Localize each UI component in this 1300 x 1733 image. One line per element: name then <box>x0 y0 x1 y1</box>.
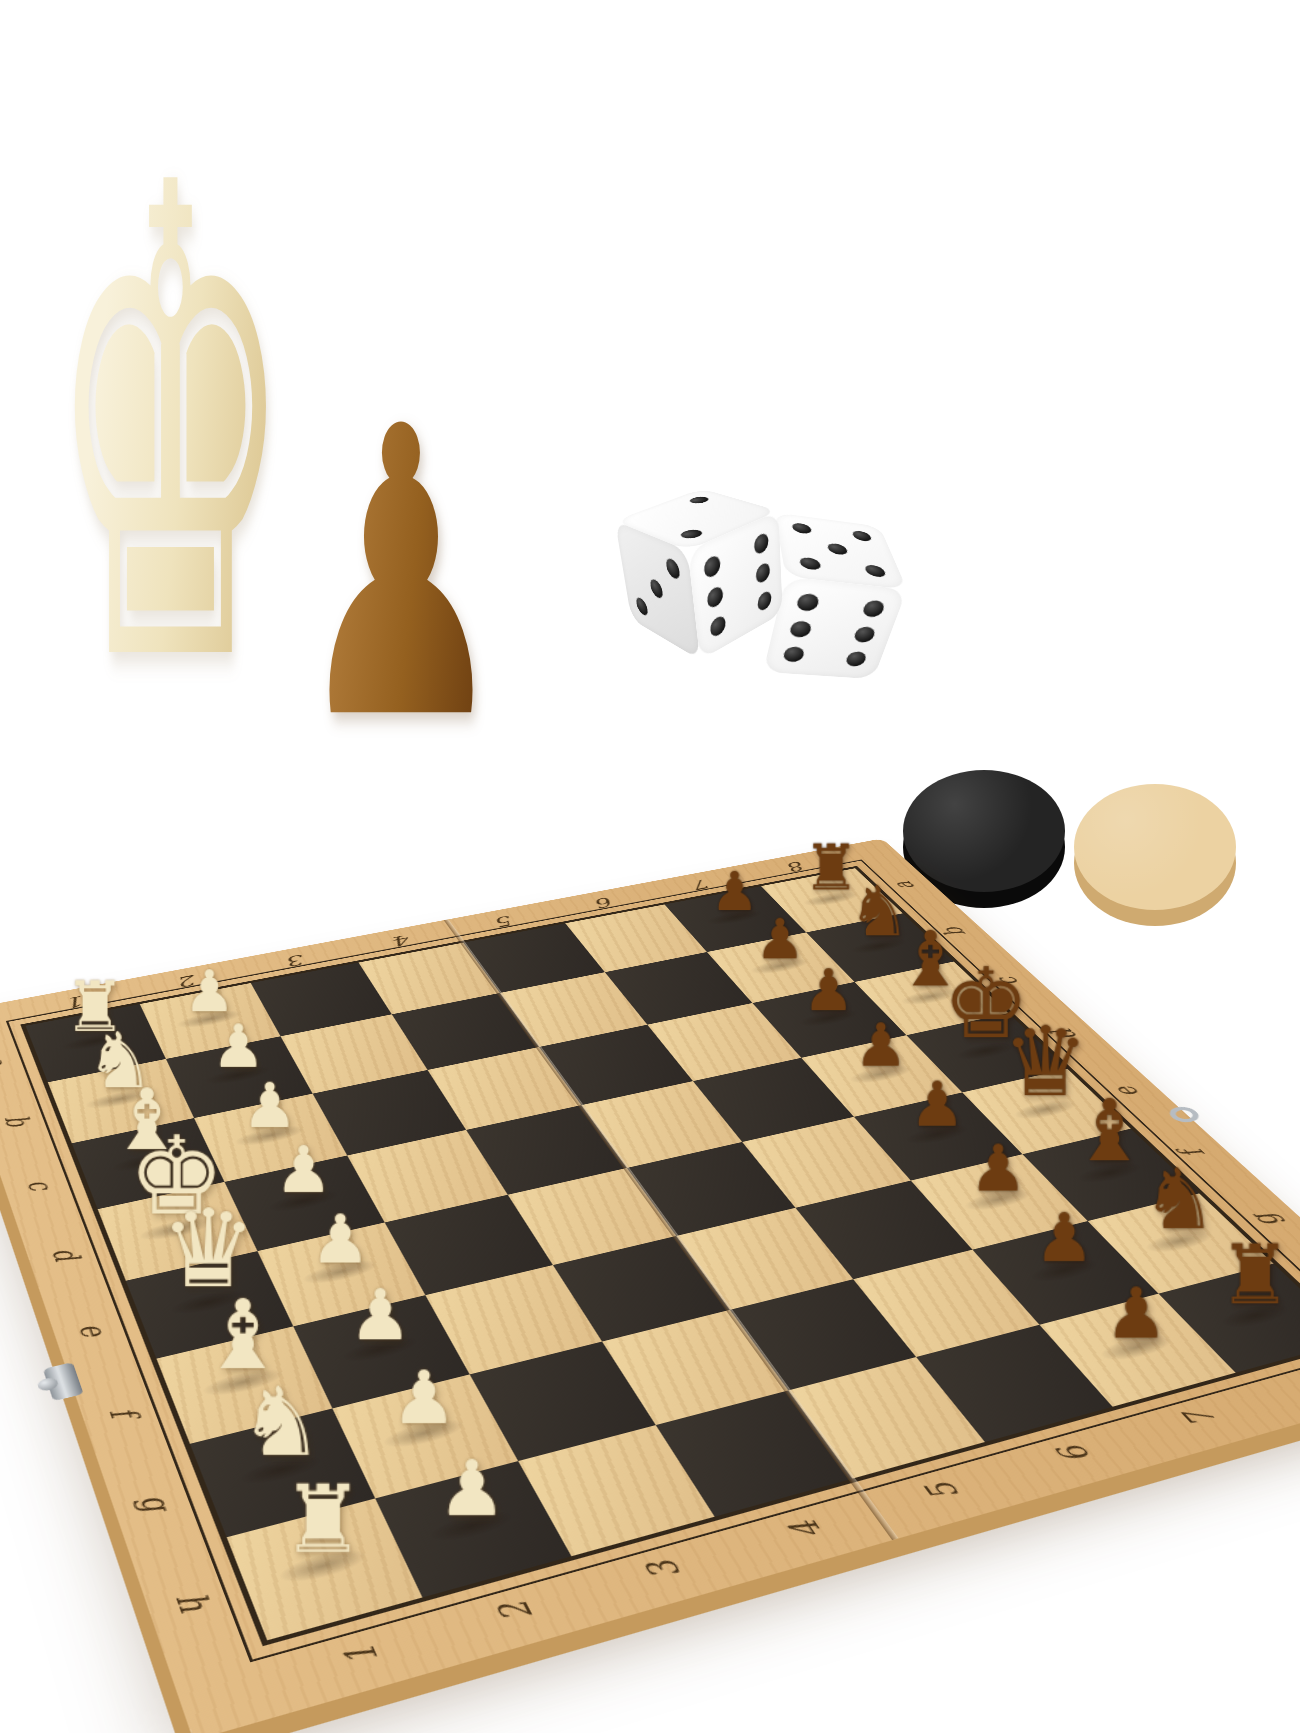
square-g5[interactable] <box>730 1279 916 1390</box>
rank-label-bottom-3: 3 <box>631 1546 697 1594</box>
rank-label-bottom-6: 6 <box>1042 1433 1108 1475</box>
die-pip <box>706 584 723 610</box>
rank-label-bottom-5: 5 <box>910 1469 976 1513</box>
file-label-left-a: a <box>0 1048 18 1075</box>
square-e4[interactable] <box>508 1168 676 1265</box>
die-pip <box>795 592 820 611</box>
piece-white-pawn-f2[interactable]: ♟ <box>349 1280 412 1350</box>
rank-label-bottom-2: 2 <box>483 1587 548 1637</box>
piece-black-rook-h8[interactable]: ♜ <box>1218 1234 1292 1316</box>
square-h5[interactable] <box>788 1357 985 1479</box>
rank-label-bottom-8: 8 <box>1291 1364 1300 1403</box>
product-photo: { "game": "chess", "scene_description": … <box>0 0 1300 1733</box>
die-face-top-5 <box>774 512 907 589</box>
square-h6[interactable] <box>916 1325 1112 1442</box>
rank-label-bottom-4: 4 <box>773 1507 839 1553</box>
hinge-ring-icon <box>1164 1105 1204 1125</box>
piece-white-pawn-g2[interactable]: ♟ <box>391 1361 457 1434</box>
die-pip <box>826 543 848 556</box>
die-pip <box>635 595 649 617</box>
square-f6[interactable] <box>795 1181 972 1280</box>
square-g4[interactable] <box>602 1310 788 1425</box>
large-white-king-piece[interactable]: ♚ <box>48 128 293 726</box>
piece-white-pawn-d2[interactable]: ♟ <box>275 1137 333 1202</box>
file-label-left-b: b <box>0 1106 40 1135</box>
die-left-scene <box>639 506 762 629</box>
die-pip <box>756 561 771 586</box>
rank-label-bottom-7: 7 <box>1168 1398 1234 1439</box>
die-pip <box>649 577 663 601</box>
piece-white-rook-h1[interactable]: ♜ <box>281 1473 365 1567</box>
file-label-left-d: d <box>41 1237 91 1271</box>
die-pip <box>862 599 887 617</box>
die-left[interactable] <box>639 506 762 629</box>
piece-white-pawn-e2[interactable]: ♟ <box>310 1206 370 1273</box>
board-scene: ♜♟♟♜♞♟♟♞♝♟♟♝♚♟♟♚♛♟♟♛♝♟♟♝♞♟♟♞♜♟♟♜aabbccdd… <box>150 700 1102 1648</box>
file-label-left-e: e <box>67 1311 119 1348</box>
die-pip <box>782 646 806 662</box>
die-pip <box>754 531 769 556</box>
chess-board: ♜♟♟♜♞♟♟♞♝♟♟♝♚♟♟♚♛♟♟♛♝♟♟♝♞♟♟♞♜♟♟♜aabbccdd… <box>0 838 1300 1733</box>
die-pip <box>853 626 877 643</box>
board-clasp[interactable] <box>43 1362 84 1401</box>
square-g6[interactable] <box>853 1250 1039 1357</box>
file-label-left-g: g <box>127 1481 185 1526</box>
die-pip <box>758 589 772 613</box>
die-pip <box>677 528 707 540</box>
square-f4[interactable] <box>553 1236 730 1342</box>
piece-white-pawn-h2[interactable]: ♟ <box>437 1450 506 1527</box>
piece-black-pawn-f7[interactable]: ♟ <box>969 1136 1027 1200</box>
die-pip <box>851 530 873 542</box>
square-h4[interactable] <box>656 1390 853 1516</box>
die-pip <box>703 553 721 580</box>
die-pip <box>845 651 869 667</box>
piece-black-pawn-h7[interactable]: ♟ <box>1105 1278 1168 1348</box>
piece-black-pawn-g7[interactable]: ♟ <box>1034 1204 1094 1271</box>
die-pip <box>788 620 812 638</box>
die-pip <box>791 522 812 534</box>
piece-black-knight-g8[interactable]: ♞ <box>1142 1158 1217 1242</box>
file-label-left-f: f <box>96 1392 151 1433</box>
die-face-front-6 <box>763 577 907 680</box>
die-pip <box>686 495 712 504</box>
rank-label-bottom-1: 1 <box>329 1629 394 1681</box>
die-pip <box>798 557 821 571</box>
square-h3[interactable] <box>518 1425 714 1556</box>
die-left-cube <box>649 499 745 638</box>
die-pip <box>665 556 681 581</box>
die-pip <box>864 564 888 578</box>
piece-white-knight-g1[interactable]: ♞ <box>239 1376 324 1471</box>
die-pip <box>709 614 726 640</box>
square-f5[interactable] <box>676 1208 853 1310</box>
file-label-left-h: h <box>162 1578 224 1627</box>
file-label-left-c: c <box>17 1169 65 1200</box>
